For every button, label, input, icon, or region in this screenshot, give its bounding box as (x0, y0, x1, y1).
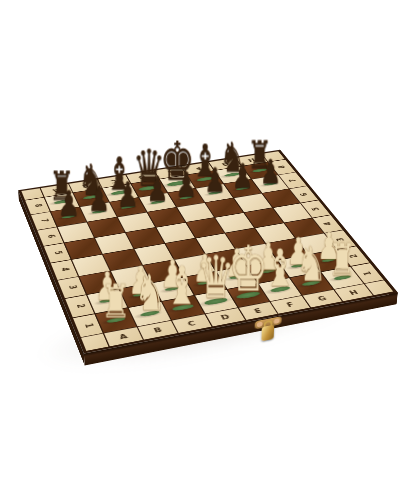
label-text: B (153, 327, 163, 334)
piece-glyph: ♟ (259, 156, 281, 188)
label-text: 5 (52, 250, 62, 255)
piece-glyph: ♜ (101, 280, 131, 324)
label-text: C (187, 320, 197, 327)
piece-glyph: ♟ (87, 182, 109, 215)
label-text: 6 (299, 192, 309, 196)
piece-glyph: ♟ (146, 173, 168, 206)
label-text: 5 (311, 207, 321, 211)
piece-glyph: ♟ (57, 187, 80, 220)
label-text: G (317, 295, 328, 302)
piece-glyph: ♟ (204, 164, 226, 196)
label-text: D (220, 314, 231, 321)
clasp (252, 315, 284, 353)
label-text: 7 (39, 219, 49, 223)
square-b5 (95, 233, 133, 254)
label-text: E (253, 308, 263, 315)
label-text: 1 (82, 323, 93, 329)
product-photo-scene: ABCDEFGH8877665544332211ABCDEFGH♜♞♝♛♚♝♞♜… (0, 0, 400, 498)
label-text: H (348, 289, 359, 296)
label-text: 6 (45, 234, 55, 239)
piece-glyph: ♟ (117, 178, 139, 211)
rank-label-right-5: 5 (301, 200, 330, 217)
frame-corner (365, 280, 393, 295)
label-text: F (286, 302, 296, 309)
piece-glyph: ♟ (232, 160, 254, 192)
padlock-icon (261, 325, 274, 342)
piece-glyph: ♟ (175, 169, 197, 201)
label-text: A (118, 333, 128, 340)
